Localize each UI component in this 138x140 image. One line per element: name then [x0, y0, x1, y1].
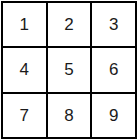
number-grid-diagram: 1 2 3 4 5 6 7 8 9 [0, 0, 138, 140]
grid-cell-r3c3[interactable]: 9 [92, 94, 135, 137]
cell-digit: 5 [64, 61, 73, 78]
grid-board: 1 2 3 4 5 6 7 8 9 [1, 1, 137, 139]
grid-cell-r3c2[interactable]: 8 [48, 94, 91, 137]
cell-digit: 6 [109, 61, 118, 78]
grid-cell-r1c3[interactable]: 3 [92, 3, 135, 46]
cell-digit: 8 [64, 107, 73, 124]
grid-cell-r2c1[interactable]: 4 [3, 48, 46, 91]
cell-digit: 4 [20, 61, 29, 78]
grid-cell-r3c1[interactable]: 7 [3, 94, 46, 137]
grid-cell-r1c2[interactable]: 2 [48, 3, 91, 46]
grid-cell-r1c1[interactable]: 1 [3, 3, 46, 46]
cell-digit: 3 [109, 16, 118, 33]
cell-digit: 2 [64, 16, 73, 33]
cell-digit: 7 [20, 107, 29, 124]
grid-cell-r2c3[interactable]: 6 [92, 48, 135, 91]
cell-digit: 9 [109, 107, 118, 124]
grid-cell-r2c2[interactable]: 5 [48, 48, 91, 91]
cell-digit: 1 [20, 16, 29, 33]
